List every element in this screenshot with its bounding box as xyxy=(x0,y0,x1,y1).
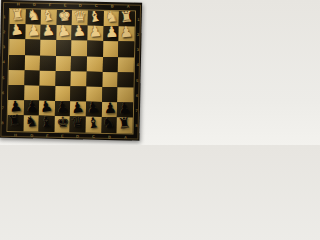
square-b5[interactable] xyxy=(102,72,118,87)
square-g5[interactable] xyxy=(24,70,40,85)
square-b4[interactable] xyxy=(102,56,118,71)
piece-wP[interactable]: ♟ xyxy=(118,24,135,41)
square-a2[interactable]: ♟ xyxy=(119,26,135,41)
file-label: G xyxy=(30,133,33,137)
file-label: E xyxy=(64,3,67,7)
file-label: D xyxy=(79,3,82,7)
square-b3[interactable] xyxy=(103,41,119,56)
rank-label: 1 xyxy=(4,14,6,18)
square-e4[interactable] xyxy=(56,56,72,71)
square-f8[interactable]: ♝ xyxy=(39,116,55,131)
square-d8[interactable]: ♛ xyxy=(70,117,86,132)
file-label: B xyxy=(111,4,114,8)
square-c2[interactable]: ♟ xyxy=(87,26,103,41)
square-f5[interactable] xyxy=(40,70,56,85)
square-e2[interactable]: ♟ xyxy=(56,25,72,40)
rank-label: 5 xyxy=(136,78,138,82)
file-label: F xyxy=(46,134,49,138)
rank-label: 3 xyxy=(3,45,5,49)
rank-label: 6 xyxy=(2,91,4,95)
piece-wP[interactable]: ♟ xyxy=(8,22,26,40)
square-d5[interactable] xyxy=(71,71,87,86)
rank-label: 3 xyxy=(137,48,139,52)
square-h2[interactable]: ♟ xyxy=(9,24,25,39)
piece-bQ[interactable]: ♛ xyxy=(69,115,86,132)
piece-wP[interactable]: ♟ xyxy=(71,23,88,40)
file-label: A xyxy=(124,135,127,139)
square-c8[interactable]: ♝ xyxy=(85,117,101,132)
square-d3[interactable] xyxy=(71,41,87,56)
file-label: B xyxy=(108,135,111,139)
square-d2[interactable]: ♟ xyxy=(72,25,88,40)
square-g4[interactable] xyxy=(24,55,40,70)
file-label: C xyxy=(92,135,95,139)
rank-label: 2 xyxy=(3,30,5,34)
board-frame: HGFEDCBA HGFEDCBA 12345678 12345678 ♜♞♝♚… xyxy=(0,0,142,141)
square-e5[interactable] xyxy=(55,71,71,86)
piece-bR[interactable]: ♜ xyxy=(6,113,24,131)
square-h3[interactable] xyxy=(9,39,25,54)
file-label: H xyxy=(14,133,17,137)
file-label: E xyxy=(61,134,64,138)
square-h4[interactable] xyxy=(9,55,25,70)
rank-label: 6 xyxy=(136,93,138,97)
square-e8[interactable]: ♚ xyxy=(54,116,70,131)
rank-label: 1 xyxy=(138,17,140,21)
square-g2[interactable]: ♟ xyxy=(25,25,41,40)
piece-bB[interactable]: ♝ xyxy=(38,114,55,131)
square-a8[interactable]: ♜ xyxy=(117,118,133,133)
rank-label: 5 xyxy=(2,75,4,79)
square-f3[interactable] xyxy=(40,40,56,55)
square-b8[interactable]: ♞ xyxy=(101,117,117,132)
square-a5[interactable] xyxy=(118,72,134,87)
piece-bN[interactable]: ♞ xyxy=(99,115,117,133)
square-c5[interactable] xyxy=(86,71,102,86)
square-d4[interactable] xyxy=(71,56,87,71)
square-a3[interactable] xyxy=(118,42,134,57)
rank-label: 4 xyxy=(137,63,139,67)
file-label: H xyxy=(16,2,19,6)
rank-label: 2 xyxy=(137,32,139,36)
square-c3[interactable] xyxy=(87,41,103,56)
rank-label: 7 xyxy=(136,109,138,113)
file-label: G xyxy=(32,2,35,6)
board-grid: ♜♞♝♚♛♝♞♜♟♟♟♟♟♟♟♟♟♟♟♟♟♟♟♟♜♞♝♚♛♝♞♜ xyxy=(7,8,136,134)
square-h5[interactable] xyxy=(8,70,24,85)
piece-bR[interactable]: ♜ xyxy=(116,116,133,133)
square-g8[interactable]: ♞ xyxy=(23,116,39,131)
square-b2[interactable]: ♟ xyxy=(103,26,119,41)
piece-wP[interactable]: ♟ xyxy=(87,24,104,41)
rank-label: 4 xyxy=(3,60,5,64)
square-c4[interactable] xyxy=(87,56,103,71)
rank-label: 7 xyxy=(2,106,4,110)
rank-label: 8 xyxy=(135,124,137,128)
rank-label: 8 xyxy=(2,121,4,125)
square-f4[interactable] xyxy=(40,55,56,70)
chessboard-photo: HGFEDCBA HGFEDCBA 12345678 12345678 ♜♞♝♚… xyxy=(0,0,147,145)
file-label: D xyxy=(76,134,79,138)
square-a4[interactable] xyxy=(118,57,134,72)
square-e3[interactable] xyxy=(56,40,72,55)
square-h8[interactable]: ♜ xyxy=(8,115,24,130)
piece-wP[interactable]: ♟ xyxy=(54,23,72,41)
square-g3[interactable] xyxy=(25,40,41,55)
